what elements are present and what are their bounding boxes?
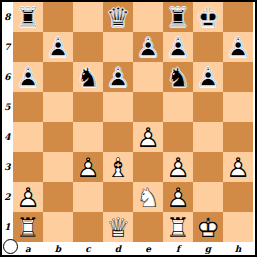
piece-white-pawn: ♟♙ [73,152,103,182]
square-d4[interactable] [103,122,133,152]
square-f4[interactable] [163,122,193,152]
black-king-fill-glyph: ♚ [193,2,223,32]
piece-white-king: ♚♔ [193,212,223,242]
square-e2[interactable]: ♞♘ [133,182,163,212]
black-pawn-outline-glyph: ♙ [43,32,73,62]
black-pawn-outline-glyph: ♙ [223,32,253,62]
square-b7[interactable]: ♟♙ [43,32,73,62]
white-pawn-fill-glyph: ♟ [163,182,193,212]
rank-label-2: 2 [2,182,13,212]
rank-labels: 87654321 [2,2,13,242]
white-pawn-fill-glyph: ♟ [133,122,163,152]
file-labels: abcdefgh [13,242,253,255]
black-pawn-fill-glyph: ♟ [43,32,73,62]
white-rook-outline-glyph: ♖ [163,212,193,242]
piece-white-rook: ♜♖ [163,212,193,242]
square-h5[interactable] [223,92,253,122]
white-to-move-indicator [3,239,18,254]
black-pawn-outline-glyph: ♙ [13,62,43,92]
black-pawn-outline-glyph: ♙ [133,32,163,62]
square-c3[interactable]: ♟♙ [73,152,103,182]
white-pawn-outline-glyph: ♙ [163,152,193,182]
black-rook-outline-glyph: ♖ [13,2,43,32]
piece-black-pawn: ♟♙ [163,32,193,62]
piece-white-rook: ♜♖ [13,212,43,242]
rank-label-7: 7 [2,32,13,62]
square-g4[interactable] [193,122,223,152]
file-label-g: g [193,242,223,255]
white-pawn-outline-glyph: ♙ [73,152,103,182]
piece-black-pawn: ♟♙ [43,32,73,62]
black-pawn-outline-glyph: ♙ [193,62,223,92]
square-e7[interactable]: ♟♙ [133,32,163,62]
square-b4[interactable] [43,122,73,152]
black-pawn-outline-glyph: ♙ [103,62,133,92]
black-queen-fill-glyph: ♛ [103,2,133,32]
black-king-outline-glyph: ♔ [193,2,223,32]
black-pawn-fill-glyph: ♟ [13,62,43,92]
white-pawn-outline-glyph: ♙ [133,122,163,152]
rank-label-8: 8 [2,2,13,32]
white-rook-fill-glyph: ♜ [163,212,193,242]
file-label-f: f [163,242,193,255]
square-h4[interactable] [223,122,253,152]
white-knight-outline-glyph: ♘ [133,182,163,212]
piece-white-pawn: ♟♙ [133,122,163,152]
piece-white-pawn: ♟♙ [163,182,193,212]
piece-white-knight: ♞♘ [133,182,163,212]
black-knight-fill-glyph: ♞ [163,62,193,92]
square-f2[interactable]: ♟♙ [163,182,193,212]
square-h2[interactable] [223,182,253,212]
square-g5[interactable] [193,92,223,122]
piece-black-pawn: ♟♙ [13,62,43,92]
white-pawn-fill-glyph: ♟ [163,152,193,182]
piece-black-king: ♚♔ [193,2,223,32]
white-rook-fill-glyph: ♜ [13,212,43,242]
white-queen-fill-glyph: ♛ [103,212,133,242]
square-g7[interactable] [193,32,223,62]
white-knight-fill-glyph: ♞ [133,182,163,212]
white-pawn-fill-glyph: ♟ [13,182,43,212]
black-pawn-outline-glyph: ♙ [163,32,193,62]
rank-label-6: 6 [2,62,13,92]
black-knight-outline-glyph: ♘ [163,62,193,92]
white-pawn-fill-glyph: ♟ [223,152,253,182]
black-pawn-fill-glyph: ♟ [193,62,223,92]
square-d5[interactable] [103,92,133,122]
square-d3[interactable]: ♝♗ [103,152,133,182]
black-queen-outline-glyph: ♕ [103,2,133,32]
square-a3[interactable] [13,152,43,182]
piece-black-rook: ♜♖ [13,2,43,32]
piece-black-knight: ♞♘ [73,62,103,92]
square-h6[interactable] [223,62,253,92]
piece-black-pawn: ♟♙ [193,62,223,92]
piece-white-queen: ♛♕ [103,212,133,242]
file-label-b: b [43,242,73,255]
white-pawn-outline-glyph: ♙ [13,182,43,212]
square-f5[interactable] [163,92,193,122]
square-e4[interactable]: ♟♙ [133,122,163,152]
square-c2[interactable] [73,182,103,212]
black-pawn-fill-glyph: ♟ [163,32,193,62]
white-king-outline-glyph: ♔ [193,212,223,242]
rank-label-4: 4 [2,122,13,152]
piece-white-pawn: ♟♙ [13,182,43,212]
square-e6[interactable] [133,62,163,92]
black-rook-fill-glyph: ♜ [13,2,43,32]
piece-white-pawn: ♟♙ [163,152,193,182]
square-f6[interactable]: ♞♘ [163,62,193,92]
piece-white-bishop: ♝♗ [103,152,133,182]
square-b1[interactable] [43,212,73,242]
square-d8[interactable]: ♛♕ [103,2,133,32]
square-h7[interactable]: ♟♙ [223,32,253,62]
square-b3[interactable] [43,152,73,182]
square-d7[interactable] [103,32,133,62]
white-pawn-fill-glyph: ♟ [73,152,103,182]
square-b5[interactable] [43,92,73,122]
square-c7[interactable] [73,32,103,62]
square-e8[interactable] [133,2,163,32]
square-g1[interactable]: ♚♔ [193,212,223,242]
square-g6[interactable]: ♟♙ [193,62,223,92]
square-d2[interactable] [103,182,133,212]
square-c6[interactable]: ♞♘ [73,62,103,92]
square-a4[interactable] [13,122,43,152]
piece-black-rook: ♜♖ [163,2,193,32]
square-e5[interactable] [133,92,163,122]
file-label-d: d [103,242,133,255]
square-c4[interactable] [73,122,103,152]
black-knight-fill-glyph: ♞ [73,62,103,92]
square-a2[interactable]: ♟♙ [13,182,43,212]
square-f7[interactable]: ♟♙ [163,32,193,62]
black-pawn-fill-glyph: ♟ [223,32,253,62]
file-label-h: h [223,242,253,255]
black-rook-outline-glyph: ♖ [163,2,193,32]
black-knight-outline-glyph: ♘ [73,62,103,92]
piece-black-pawn: ♟♙ [103,62,133,92]
square-g8[interactable]: ♚♔ [193,2,223,32]
white-bishop-fill-glyph: ♝ [103,152,133,182]
piece-black-knight: ♞♘ [163,62,193,92]
square-h1[interactable] [223,212,253,242]
square-b8[interactable] [43,2,73,32]
white-pawn-outline-glyph: ♙ [163,182,193,212]
square-a6[interactable]: ♟♙ [13,62,43,92]
square-f1[interactable]: ♜♖ [163,212,193,242]
square-d6[interactable]: ♟♙ [103,62,133,92]
square-g2[interactable] [193,182,223,212]
file-label-e: e [133,242,163,255]
square-f3[interactable]: ♟♙ [163,152,193,182]
chess-diagram: 87654321 ♜♖♛♕♜♖♚♔♟♙♟♙♟♙♟♙♟♙♞♘♟♙♞♘♟♙♟♙♟♙♝… [0,0,257,257]
rank-label-5: 5 [2,92,13,122]
square-g3[interactable] [193,152,223,182]
square-b2[interactable] [43,182,73,212]
white-bishop-outline-glyph: ♗ [103,152,133,182]
white-pawn-outline-glyph: ♙ [223,152,253,182]
piece-black-pawn: ♟♙ [223,32,253,62]
square-e1[interactable] [133,212,163,242]
square-c1[interactable] [73,212,103,242]
square-b6[interactable] [43,62,73,92]
square-f8[interactable]: ♜♖ [163,2,193,32]
square-h3[interactable]: ♟♙ [223,152,253,182]
piece-black-pawn: ♟♙ [133,32,163,62]
rank-label-1: 1 [2,212,13,242]
white-queen-outline-glyph: ♕ [103,212,133,242]
white-king-fill-glyph: ♚ [193,212,223,242]
square-a7[interactable] [13,32,43,62]
black-rook-fill-glyph: ♜ [163,2,193,32]
square-a5[interactable] [13,92,43,122]
piece-black-queen: ♛♕ [103,2,133,32]
black-pawn-fill-glyph: ♟ [103,62,133,92]
square-h8[interactable] [223,2,253,32]
black-pawn-fill-glyph: ♟ [133,32,163,62]
square-c5[interactable] [73,92,103,122]
rank-label-3: 3 [2,152,13,182]
square-a1[interactable]: ♜♖ [13,212,43,242]
square-c8[interactable] [73,2,103,32]
square-e3[interactable] [133,152,163,182]
piece-white-pawn: ♟♙ [223,152,253,182]
square-d1[interactable]: ♛♕ [103,212,133,242]
file-label-c: c [73,242,103,255]
chess-board: ♜♖♛♕♜♖♚♔♟♙♟♙♟♙♟♙♟♙♞♘♟♙♞♘♟♙♟♙♟♙♝♗♟♙♟♙♟♙♞♘… [13,2,253,242]
white-rook-outline-glyph: ♖ [13,212,43,242]
square-a8[interactable]: ♜♖ [13,2,43,32]
